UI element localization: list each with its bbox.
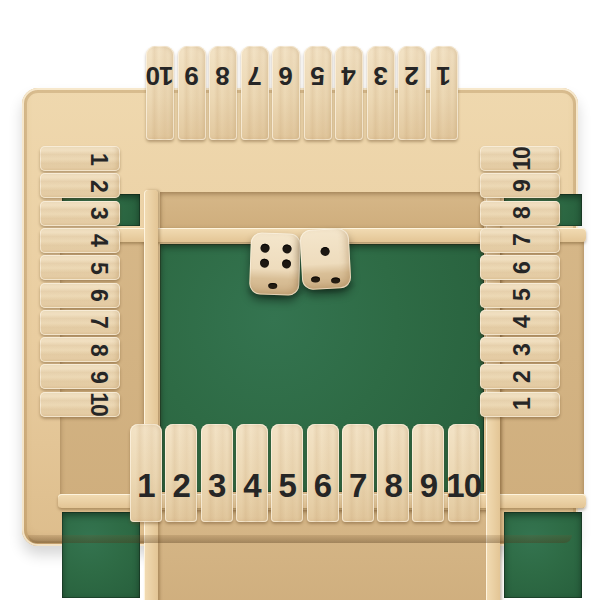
tile-number: 4	[510, 316, 533, 328]
corner-felt-bottom-right	[504, 512, 582, 598]
tile-top-5[interactable]: 5	[304, 46, 332, 140]
tile-number: 8	[384, 468, 401, 501]
tile-left-8[interactable]: 8	[40, 337, 120, 362]
tile-number: 10	[147, 63, 174, 89]
tile-number: 5	[510, 289, 533, 301]
tile-number: 8	[86, 344, 109, 356]
tile-bottom-10[interactable]: 10	[448, 424, 480, 522]
tile-bottom-2[interactable]: 2	[165, 424, 197, 522]
tile-number: 6	[279, 63, 292, 89]
tile-right-8[interactable]: 8	[480, 201, 560, 226]
tile-bottom-8[interactable]: 8	[377, 424, 409, 522]
tile-tray-bottom	[148, 510, 500, 600]
die-left[interactable]	[249, 232, 301, 296]
tile-right-6[interactable]: 6	[480, 255, 560, 280]
tile-right-2[interactable]: 2	[480, 364, 560, 389]
tile-number: 4	[343, 63, 356, 89]
product-photo-stage: 1098765432112345678910123456789101098765…	[0, 0, 600, 600]
tile-right-3[interactable]: 3	[480, 337, 560, 362]
tile-top-1[interactable]: 1	[430, 46, 458, 140]
tile-left-4[interactable]: 4	[40, 228, 120, 253]
tile-number: 5	[279, 468, 296, 501]
tile-left-5[interactable]: 5	[40, 255, 120, 280]
tile-number: 6	[86, 289, 109, 301]
tile-number: 4	[86, 234, 109, 246]
die-pip	[259, 258, 268, 267]
tile-number: 1	[137, 468, 154, 501]
tile-number: 5	[86, 262, 109, 274]
tile-left-7[interactable]: 7	[40, 310, 120, 335]
tile-number: 6	[510, 262, 533, 274]
tile-number: 3	[510, 344, 533, 356]
tile-bottom-7[interactable]: 7	[342, 424, 374, 522]
tile-tray-top	[160, 192, 484, 228]
tile-right-1[interactable]: 1	[480, 392, 560, 417]
tile-top-8[interactable]: 8	[209, 46, 237, 140]
tile-bottom-6[interactable]: 6	[307, 424, 339, 522]
tile-number: 7	[248, 63, 261, 89]
tile-top-2[interactable]: 2	[398, 46, 426, 140]
tile-top-3[interactable]: 3	[367, 46, 395, 140]
tile-number: 3	[374, 63, 387, 89]
die-front-pip	[311, 276, 320, 282]
die-pip	[320, 246, 329, 255]
tile-number: 9	[185, 63, 198, 89]
tile-top-10[interactable]: 10	[146, 46, 174, 140]
tile-number: 5	[311, 63, 324, 89]
tile-number: 8	[510, 207, 533, 219]
tile-number: 9	[420, 468, 437, 501]
tile-right-7[interactable]: 7	[480, 228, 560, 253]
tile-left-6[interactable]: 6	[40, 283, 120, 308]
tile-number: 1	[437, 63, 450, 89]
tile-number: 10	[86, 392, 109, 416]
tile-number: 4	[243, 468, 260, 501]
tile-bottom-5[interactable]: 5	[271, 424, 303, 522]
tile-top-4[interactable]: 4	[335, 46, 363, 140]
tile-number: 9	[510, 180, 533, 192]
tile-number: 2	[86, 180, 109, 192]
tile-number: 3	[208, 468, 225, 501]
tile-left-1[interactable]: 1	[40, 146, 120, 171]
tile-bottom-3[interactable]: 3	[201, 424, 233, 522]
tile-number: 9	[86, 371, 109, 383]
tile-left-10[interactable]: 10	[40, 392, 120, 417]
tile-number: 7	[86, 316, 109, 328]
tile-bottom-9[interactable]: 9	[412, 424, 444, 522]
tile-number: 2	[173, 468, 190, 501]
tile-number: 7	[510, 234, 533, 246]
tile-number: 10	[446, 468, 481, 501]
tile-top-7[interactable]: 7	[241, 46, 269, 140]
tile-left-3[interactable]: 3	[40, 201, 120, 226]
hinge-rail-left	[144, 190, 158, 600]
tile-top-6[interactable]: 6	[272, 46, 300, 140]
tile-top-9[interactable]: 9	[178, 46, 206, 140]
tile-number: 1	[510, 398, 533, 410]
die-pip	[282, 244, 291, 253]
tile-left-9[interactable]: 9	[40, 364, 120, 389]
tile-number: 2	[510, 371, 533, 383]
die-front-pip	[331, 277, 340, 283]
tile-number: 8	[216, 63, 229, 89]
tile-right-5[interactable]: 5	[480, 283, 560, 308]
tile-right-9[interactable]: 9	[480, 173, 560, 198]
tile-number: 3	[86, 207, 109, 219]
die-right[interactable]	[299, 228, 351, 290]
tile-number: 6	[314, 468, 331, 501]
die-pip	[260, 243, 269, 252]
tile-number: 1	[86, 153, 109, 165]
tile-number: 7	[349, 468, 366, 501]
tile-bottom-1[interactable]: 1	[130, 424, 162, 522]
tile-bottom-4[interactable]: 4	[236, 424, 268, 522]
tile-left-2[interactable]: 2	[40, 173, 120, 198]
die-front-pip	[268, 283, 277, 289]
corner-felt-bottom-left	[62, 512, 140, 598]
tile-right-10[interactable]: 10	[480, 146, 560, 171]
tile-number: 2	[406, 63, 419, 89]
die-pip	[281, 259, 290, 268]
tile-right-4[interactable]: 4	[480, 310, 560, 335]
tile-number: 10	[510, 147, 533, 171]
